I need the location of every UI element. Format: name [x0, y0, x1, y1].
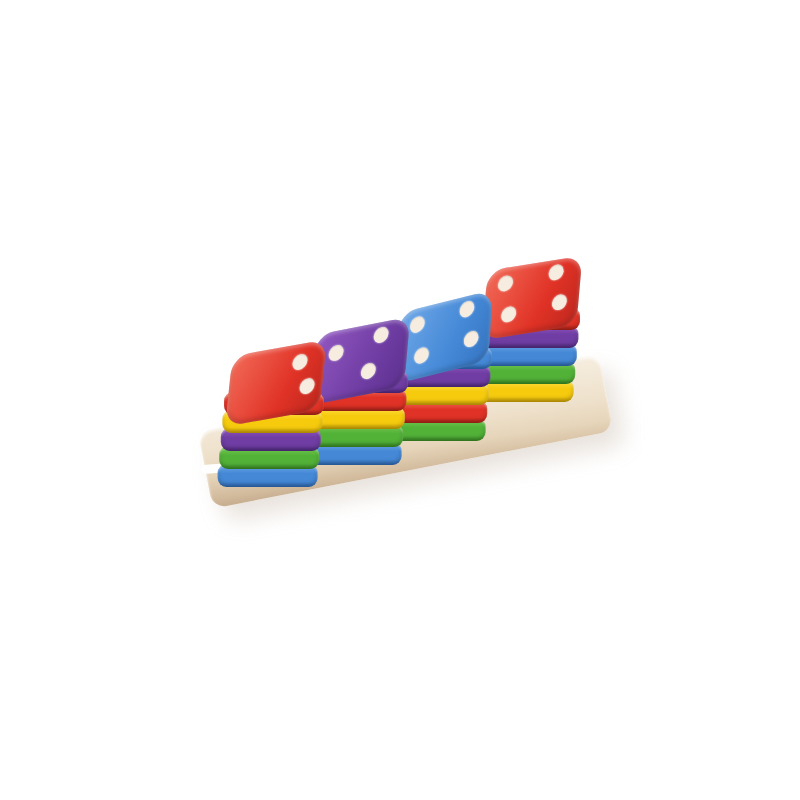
dice-dot: [551, 294, 567, 312]
dice-dot: [414, 346, 429, 365]
dice-dot: [498, 275, 514, 293]
dice-dot: [501, 306, 517, 324]
dice-dot: [292, 352, 308, 370]
dice-dot: [328, 343, 344, 361]
dice-dot: [548, 264, 564, 282]
block-stack-1: [222, 349, 330, 499]
dice-dot: [373, 326, 389, 344]
dice-dot: [360, 362, 376, 380]
product-photo-scene: [0, 0, 800, 800]
dice-dot: [299, 377, 315, 395]
dice-dot: [464, 330, 479, 349]
dice-dot: [460, 300, 475, 319]
